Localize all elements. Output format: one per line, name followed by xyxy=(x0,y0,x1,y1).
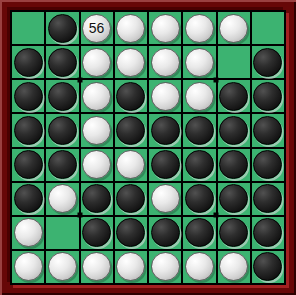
cell-e4 xyxy=(149,114,181,146)
cell-f8 xyxy=(183,251,215,283)
disc-black xyxy=(116,82,145,111)
disc-black xyxy=(185,116,214,145)
disc-black xyxy=(48,48,77,77)
cell-b1 xyxy=(46,12,78,44)
cell-g6 xyxy=(218,183,250,215)
disc-white xyxy=(82,252,111,281)
disc-black xyxy=(116,116,145,145)
disc-white xyxy=(116,14,145,43)
disc-black xyxy=(116,184,145,213)
disc-white xyxy=(185,82,214,111)
cell-g1 xyxy=(218,12,250,44)
disc-white xyxy=(48,252,77,281)
cell-a3 xyxy=(12,80,44,112)
cell-b7[interactable] xyxy=(46,217,78,249)
disc-white: 56 xyxy=(82,14,111,43)
cell-f6 xyxy=(183,183,215,215)
disc-black xyxy=(253,48,282,77)
disc-black xyxy=(14,82,43,111)
disc-white xyxy=(219,14,248,43)
disc-white xyxy=(82,116,111,145)
cell-c3 xyxy=(81,80,113,112)
disc-white xyxy=(151,14,180,43)
cell-a2 xyxy=(12,46,44,78)
cell-e5 xyxy=(149,149,181,181)
cell-b8 xyxy=(46,251,78,283)
cell-e8 xyxy=(149,251,181,283)
cell-e1 xyxy=(149,12,181,44)
cell-a4 xyxy=(12,114,44,146)
cell-d5 xyxy=(115,149,147,181)
disc-black xyxy=(151,150,180,179)
star-point xyxy=(214,213,219,218)
disc-black xyxy=(219,150,248,179)
cell-b2 xyxy=(46,46,78,78)
disc-white xyxy=(151,48,180,77)
cell-b6 xyxy=(46,183,78,215)
disc-black xyxy=(219,116,248,145)
board-frame: 56 xyxy=(0,0,296,295)
disc-black xyxy=(219,184,248,213)
othello-board: 56 xyxy=(10,10,286,285)
cell-d7 xyxy=(115,217,147,249)
disc-white xyxy=(219,252,248,281)
disc-black xyxy=(253,82,282,111)
cell-f2 xyxy=(183,46,215,78)
disc-white xyxy=(185,252,214,281)
disc-black xyxy=(185,218,214,247)
cell-c8 xyxy=(81,251,113,283)
star-point xyxy=(78,213,83,218)
cell-h8 xyxy=(252,251,284,283)
cell-e6 xyxy=(149,183,181,215)
cell-c5 xyxy=(81,149,113,181)
cell-a1[interactable] xyxy=(12,12,44,44)
cell-g3 xyxy=(218,80,250,112)
disc-white xyxy=(82,82,111,111)
disc-black xyxy=(253,150,282,179)
cell-e7 xyxy=(149,217,181,249)
disc-black xyxy=(253,252,282,281)
disc-white xyxy=(14,218,43,247)
cell-d4 xyxy=(115,114,147,146)
cell-e2 xyxy=(149,46,181,78)
disc-black xyxy=(14,48,43,77)
star-point xyxy=(214,77,219,82)
cell-h3 xyxy=(252,80,284,112)
cell-c6 xyxy=(81,183,113,215)
disc-black xyxy=(14,150,43,179)
disc-black xyxy=(185,150,214,179)
star-point xyxy=(78,77,83,82)
disc-white xyxy=(151,252,180,281)
cell-g4 xyxy=(218,114,250,146)
cell-b3 xyxy=(46,80,78,112)
cell-h4 xyxy=(252,114,284,146)
disc-white xyxy=(116,48,145,77)
cell-h5 xyxy=(252,149,284,181)
cell-b5 xyxy=(46,149,78,181)
cell-c2 xyxy=(81,46,113,78)
cell-a6 xyxy=(12,183,44,215)
disc-black xyxy=(48,14,77,43)
cell-d1 xyxy=(115,12,147,44)
disc-white xyxy=(185,48,214,77)
disc-black xyxy=(151,116,180,145)
disc-white xyxy=(185,14,214,43)
cell-f5 xyxy=(183,149,215,181)
cell-a8 xyxy=(12,251,44,283)
disc-black xyxy=(219,82,248,111)
cell-c7 xyxy=(81,217,113,249)
disc-black xyxy=(48,116,77,145)
disc-black xyxy=(151,218,180,247)
cell-h7 xyxy=(252,217,284,249)
cell-f3 xyxy=(183,80,215,112)
disc-white xyxy=(14,252,43,281)
cell-d6 xyxy=(115,183,147,215)
disc-white xyxy=(48,184,77,213)
disc-black xyxy=(48,150,77,179)
cell-b4 xyxy=(46,114,78,146)
cell-f1 xyxy=(183,12,215,44)
cell-d2 xyxy=(115,46,147,78)
cell-h2 xyxy=(252,46,284,78)
disc-black xyxy=(82,218,111,247)
move-number-label: 56 xyxy=(89,21,105,35)
cell-d3 xyxy=(115,80,147,112)
disc-black xyxy=(253,218,282,247)
disc-black xyxy=(185,184,214,213)
board-grid: 56 xyxy=(12,12,284,283)
disc-black xyxy=(219,218,248,247)
cell-h1[interactable] xyxy=(252,12,284,44)
cell-a7 xyxy=(12,217,44,249)
cell-e3 xyxy=(149,80,181,112)
cell-g2[interactable] xyxy=(218,46,250,78)
disc-black xyxy=(253,184,282,213)
disc-white xyxy=(116,252,145,281)
cell-d8 xyxy=(115,251,147,283)
cell-g7 xyxy=(218,217,250,249)
cell-a5 xyxy=(12,149,44,181)
cell-f4 xyxy=(183,114,215,146)
disc-black xyxy=(48,82,77,111)
disc-white xyxy=(116,150,145,179)
cell-g8 xyxy=(218,251,250,283)
disc-white xyxy=(151,184,180,213)
disc-black xyxy=(82,184,111,213)
cell-f7 xyxy=(183,217,215,249)
cell-g5 xyxy=(218,149,250,181)
disc-black xyxy=(14,116,43,145)
disc-black xyxy=(253,116,282,145)
disc-white xyxy=(82,150,111,179)
disc-black xyxy=(116,218,145,247)
cell-c1: 56 xyxy=(81,12,113,44)
cell-h6 xyxy=(252,183,284,215)
cell-c4 xyxy=(81,114,113,146)
disc-white xyxy=(82,48,111,77)
disc-black xyxy=(14,184,43,213)
disc-white xyxy=(151,82,180,111)
